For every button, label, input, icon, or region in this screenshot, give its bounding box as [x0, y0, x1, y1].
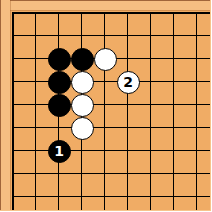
move-number-label: 2: [123, 75, 133, 89]
stone-black-d17: [71, 48, 94, 71]
stone-white-d15: [71, 94, 94, 117]
stone-black-c13-move-1: 1: [48, 140, 71, 163]
board-crop-rim-right: [210, 0, 212, 211]
move-number-label: 1: [54, 144, 64, 158]
go-board-diagram: 21: [0, 0, 211, 211]
stones-layer: 21: [2, 2, 209, 209]
stone-black-c16: [48, 71, 71, 94]
board-crop-rim-bottom: [0, 210, 211, 212]
stone-white-e17: [94, 48, 117, 71]
stone-black-c17: [48, 48, 71, 71]
stone-white-d16: [71, 71, 94, 94]
stone-white-d14: [71, 117, 94, 140]
stone-white-f16-move-2: 2: [117, 71, 140, 94]
stone-black-c15: [48, 94, 71, 117]
